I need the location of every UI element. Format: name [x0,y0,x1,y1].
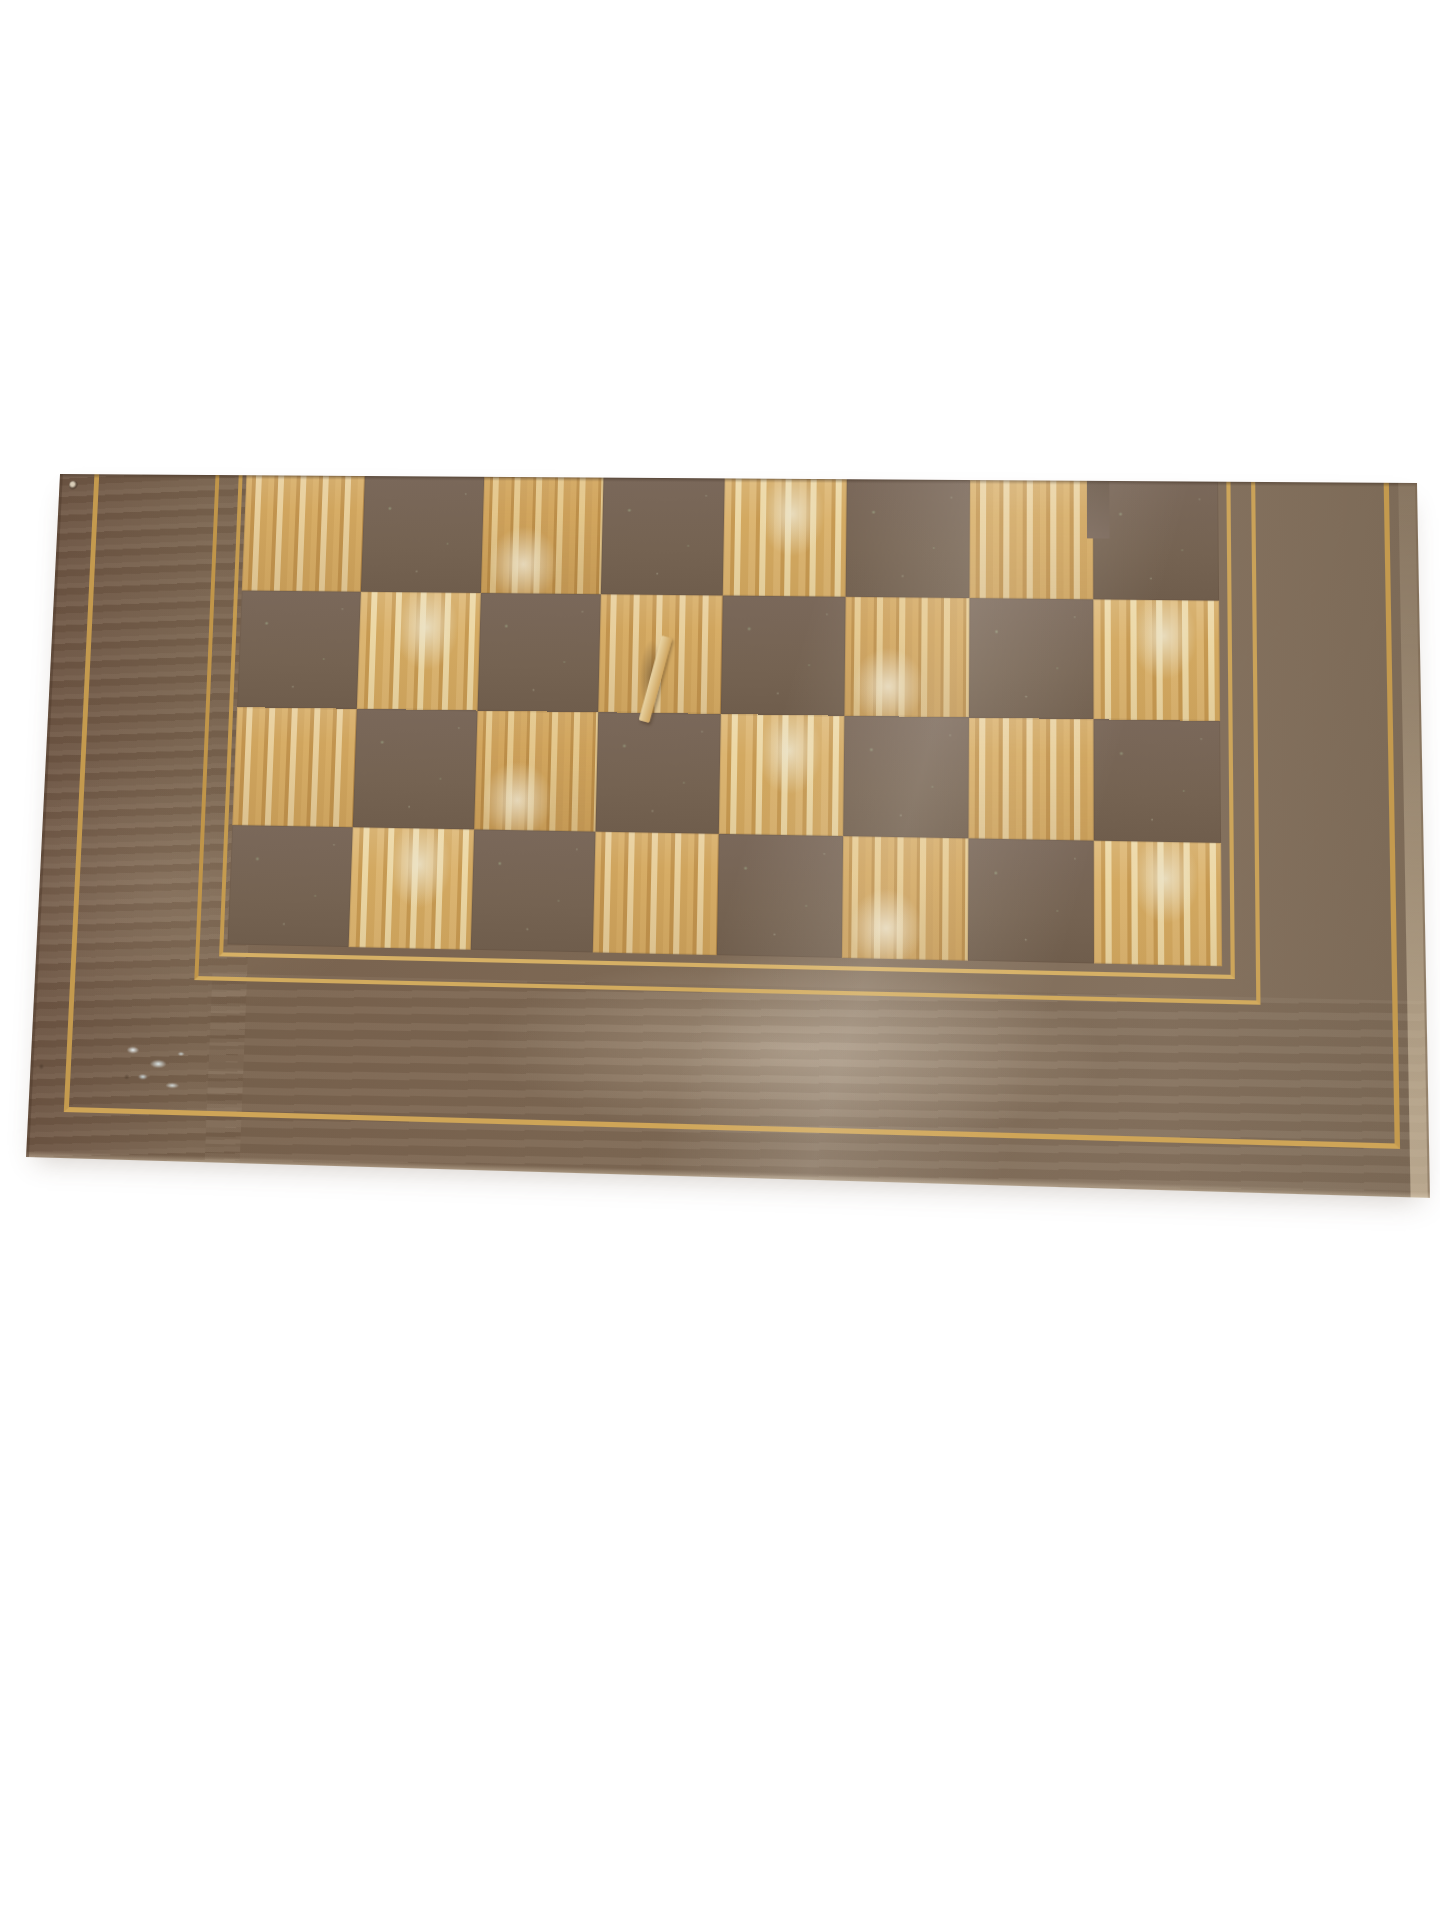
square-r4c7-dark [967,838,1094,963]
square-r4c3-dark [470,829,596,952]
square-r1c7-light [969,480,1094,599]
square-r2c8-light [1094,599,1221,721]
square-r3c7-light [968,717,1094,840]
square-r3c1-light [232,707,356,827]
square-r1c2-dark [361,476,484,593]
photo-background [0,0,1440,1919]
square-r2c6-light [844,597,969,718]
square-r4c4-light [593,832,719,956]
square-r3c5-light [719,714,844,836]
square-r3c2-dark [352,709,477,830]
square-r3c6-dark [843,716,969,839]
square-r4c8-light [1094,841,1222,967]
square-r3c4-dark [596,712,721,834]
square-r2c1-dark [237,591,361,709]
chessboard-photo [26,474,1430,1198]
square-r3c3-light [474,711,599,832]
square-r1c6-dark [845,479,969,598]
square-r2c7-dark [968,598,1093,719]
square-r4c5-dark [717,834,843,958]
straw-notch-damage [1087,481,1110,539]
checkerboard [227,475,1222,966]
square-r1c3-light [480,477,603,594]
square-r4c6-light [842,836,968,961]
square-r1c1-light [242,475,365,591]
square-r2c2-light [357,592,481,711]
square-r4c1-dark [227,825,352,947]
square-r1c8-dark [1093,481,1219,601]
square-r3c8-dark [1094,719,1221,843]
square-r1c5-light [723,478,847,596]
paint-chip-mark [116,1039,193,1094]
square-r1c4-dark [601,478,725,596]
square-r4c2-light [348,827,473,950]
square-r2c5-dark [721,596,846,716]
square-r2c3-dark [477,593,601,712]
